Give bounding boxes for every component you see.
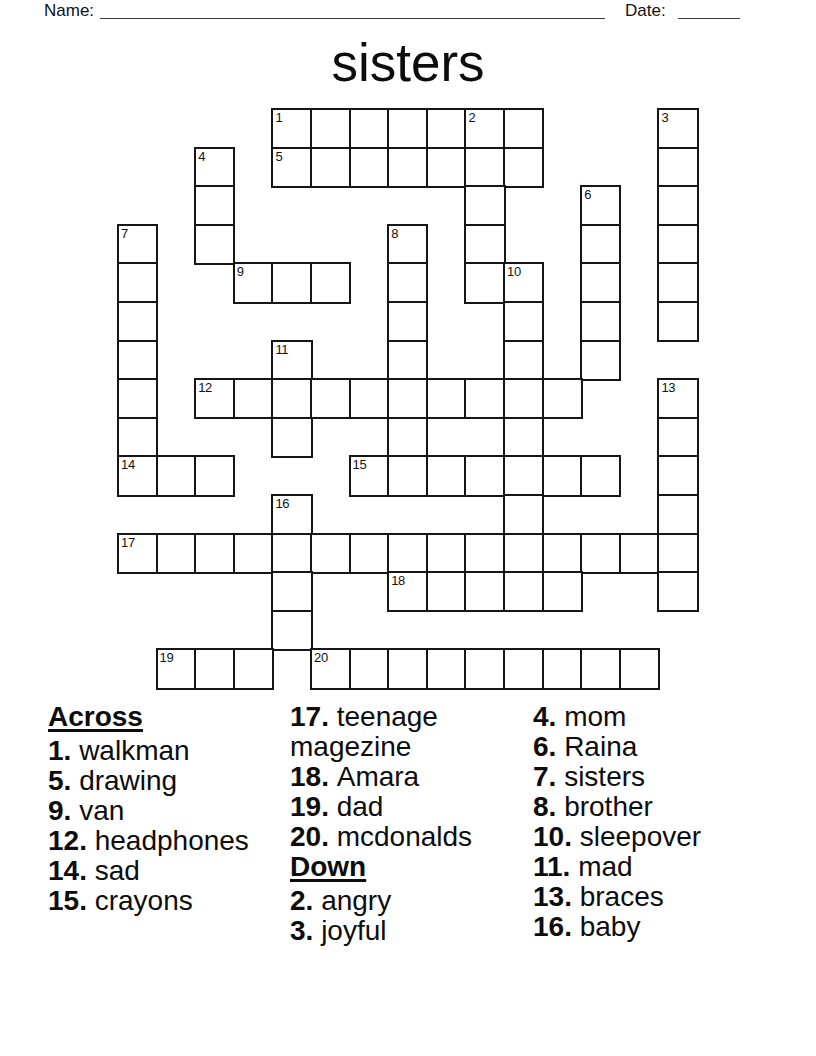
clue-item: 13. braces: [533, 882, 778, 912]
crossword-cell[interactable]: [657, 455, 698, 496]
clue-item-number: 11.: [533, 851, 578, 882]
crossword-cell[interactable]: [156, 533, 197, 574]
crossword-cell[interactable]: [464, 378, 505, 419]
crossword-cell[interactable]: [503, 648, 544, 689]
crossword-cell[interactable]: [580, 301, 621, 342]
crossword-cell[interactable]: [117, 301, 158, 342]
crossword-cell[interactable]: [349, 108, 390, 149]
clue-number: 3: [661, 110, 668, 125]
clue-item-number: 20.: [290, 821, 337, 852]
clue-number: 13: [661, 380, 675, 395]
clue-number: 12: [198, 380, 212, 395]
clue-number: 1: [275, 110, 282, 125]
clue-item: 8. brother: [533, 792, 778, 822]
clue-number: 10: [507, 264, 521, 279]
clue-item: 10. sleepover: [533, 822, 778, 852]
puzzle-title: sisters: [0, 33, 816, 93]
crossword-cell[interactable]: 8: [387, 224, 428, 265]
clue-item: 5. drawing: [48, 766, 285, 796]
crossword-cell[interactable]: [580, 340, 621, 381]
crossword-cell[interactable]: [657, 224, 698, 265]
crossword-cell[interactable]: [271, 378, 312, 419]
crossword-cell[interactable]: 6: [580, 185, 621, 226]
clue-number: 15: [353, 457, 367, 472]
clue-item: 4. mom: [533, 702, 778, 732]
crossword-cell[interactable]: [464, 571, 505, 612]
crossword-cell[interactable]: [657, 147, 698, 188]
clue-item: 17. teenage magezine: [290, 702, 520, 762]
clue-section-heading: Across: [48, 702, 285, 732]
crossword-cell[interactable]: [349, 378, 390, 419]
clue-column: 17. teenage magezine18. Amara19. dad20. …: [290, 702, 520, 946]
crossword-cell[interactable]: [271, 571, 312, 612]
crossword-cell[interactable]: [387, 533, 428, 574]
crossword-cell[interactable]: [194, 648, 235, 689]
clue-number: 20: [314, 650, 328, 665]
crossword-cell[interactable]: [657, 262, 698, 303]
crossword-cell[interactable]: [503, 147, 544, 188]
crossword-cell[interactable]: [503, 494, 544, 535]
clue-item: 7. sisters: [533, 762, 778, 792]
crossword-cell[interactable]: [194, 224, 235, 265]
clue-number: 2: [468, 110, 475, 125]
crossword-cell[interactable]: [657, 533, 698, 574]
clue-number: 17: [121, 535, 135, 550]
crossword-cell[interactable]: [464, 533, 505, 574]
crossword-cell[interactable]: [387, 108, 428, 149]
clue-item-number: 15.: [48, 885, 95, 916]
crossword-cell[interactable]: [503, 417, 544, 458]
clue-item-number: 8.: [533, 791, 564, 822]
crossword-cell[interactable]: [619, 533, 660, 574]
crossword-cell[interactable]: [194, 185, 235, 226]
crossword-cell[interactable]: 11: [271, 340, 312, 381]
crossword-cell[interactable]: [580, 648, 621, 689]
crossword-cell[interactable]: [503, 533, 544, 574]
crossword-cell[interactable]: 9: [233, 262, 274, 303]
crossword-cell[interactable]: 17: [117, 533, 158, 574]
clue-item-number: 4.: [533, 701, 564, 732]
crossword-cell[interactable]: [117, 340, 158, 381]
clue-item-number: 13.: [533, 881, 580, 912]
crossword-cell[interactable]: [271, 417, 312, 458]
clue-item: 9. van: [48, 796, 285, 826]
crossword-cell[interactable]: [464, 147, 505, 188]
clue-item: 6. Raina: [533, 732, 778, 762]
crossword-cell[interactable]: [194, 533, 235, 574]
crossword-cell[interactable]: [194, 455, 235, 496]
worksheet-page: Name: Date: sisters 12345678910111213141…: [0, 0, 816, 1056]
crossword-cell[interactable]: [464, 262, 505, 303]
clue-column: 4. mom6. Raina7. sisters8. brother10. sl…: [533, 702, 778, 942]
crossword-cell[interactable]: [657, 301, 698, 342]
crossword-cell[interactable]: [387, 147, 428, 188]
clue-number: 14: [121, 457, 135, 472]
crossword-cell[interactable]: 15: [349, 455, 390, 496]
crossword-cell[interactable]: [580, 533, 621, 574]
crossword-cell[interactable]: [233, 648, 274, 689]
clue-item-number: 6.: [533, 731, 564, 762]
crossword-cell[interactable]: [271, 610, 312, 651]
crossword-cell[interactable]: [310, 533, 351, 574]
crossword-cell[interactable]: 16: [271, 494, 312, 535]
clue-item-number: 19.: [290, 791, 337, 822]
crossword-cell[interactable]: [464, 224, 505, 265]
crossword-cell[interactable]: [349, 533, 390, 574]
crossword-cell[interactable]: [580, 455, 621, 496]
clue-number: 4: [198, 149, 205, 164]
crossword-cell[interactable]: [657, 417, 698, 458]
crossword-cell[interactable]: [387, 301, 428, 342]
clue-item: 3. joyful: [290, 916, 520, 946]
crossword-cell[interactable]: [387, 417, 428, 458]
crossword-cell[interactable]: [503, 340, 544, 381]
clue-number: 11: [275, 342, 288, 357]
clue-item-number: 16.: [533, 911, 580, 942]
clue-number: 16: [275, 496, 289, 511]
crossword-cell[interactable]: 19: [156, 648, 197, 689]
crossword-cell[interactable]: [464, 648, 505, 689]
crossword-cell[interactable]: [387, 378, 428, 419]
crossword-cell[interactable]: [503, 378, 544, 419]
crossword-cell[interactable]: [542, 571, 583, 612]
clue-item-number: 10.: [533, 821, 580, 852]
clue-number: 5: [275, 149, 282, 164]
crossword-cell[interactable]: [387, 455, 428, 496]
crossword-cell[interactable]: [503, 108, 544, 149]
clue-number: 9: [237, 264, 244, 279]
crossword-cell[interactable]: [619, 648, 660, 689]
date-input-line[interactable]: [678, 18, 740, 19]
crossword-cell[interactable]: 3: [657, 108, 698, 149]
clue-item-number: 2.: [290, 885, 321, 916]
clue-item: 15. crayons: [48, 886, 285, 916]
crossword-grid: 1234567891011121314151617181920: [117, 108, 699, 690]
crossword-cell[interactable]: [542, 455, 583, 496]
crossword-cell[interactable]: [310, 262, 351, 303]
crossword-cell[interactable]: [426, 378, 467, 419]
crossword-cell[interactable]: 14: [117, 455, 158, 496]
crossword-cell[interactable]: [349, 147, 390, 188]
date-label: Date:: [625, 1, 666, 21]
crossword-cell[interactable]: [503, 301, 544, 342]
crossword-cell[interactable]: [271, 262, 312, 303]
crossword-cell[interactable]: [233, 378, 274, 419]
crossword-cell[interactable]: 18: [387, 571, 428, 612]
clue-item: 16. baby: [533, 912, 778, 942]
clue-item: 20. mcdonalds: [290, 822, 520, 852]
clue-item-number: 18.: [290, 761, 337, 792]
crossword-cell[interactable]: [464, 455, 505, 496]
clue-item: 18. Amara: [290, 762, 520, 792]
crossword-cell[interactable]: [426, 455, 467, 496]
crossword-cell[interactable]: 12: [194, 378, 235, 419]
crossword-cell[interactable]: 4: [194, 147, 235, 188]
clue-item-number: 9.: [48, 795, 79, 826]
clue-item-number: 1.: [48, 735, 79, 766]
clue-number: 6: [584, 187, 591, 202]
crossword-cell[interactable]: [657, 494, 698, 535]
crossword-cell[interactable]: 13: [657, 378, 698, 419]
crossword-cell[interactable]: [464, 185, 505, 226]
clue-item: 11. mad: [533, 852, 778, 882]
clue-column: Across1. walkman5. drawing9. van12. head…: [48, 702, 285, 916]
name-input-line[interactable]: [100, 18, 605, 19]
clue-item-number: 5.: [48, 765, 79, 796]
crossword-cell[interactable]: 1: [271, 108, 312, 149]
crossword-cell[interactable]: [503, 455, 544, 496]
crossword-cell[interactable]: [117, 378, 158, 419]
clue-section-heading: Down: [290, 852, 520, 882]
crossword-cell[interactable]: [426, 147, 467, 188]
crossword-cell[interactable]: [426, 648, 467, 689]
clue-item: 1. walkman: [48, 736, 285, 766]
crossword-cell[interactable]: 2: [464, 108, 505, 149]
clue-item-number: 14.: [48, 855, 95, 886]
clue-item-number: 17.: [290, 701, 337, 732]
crossword-cell[interactable]: [349, 648, 390, 689]
crossword-cell[interactable]: 10: [503, 262, 544, 303]
crossword-cell[interactable]: [580, 262, 621, 303]
crossword-cell[interactable]: [426, 533, 467, 574]
clue-item: 2. angry: [290, 886, 520, 916]
clue-item: 12. headphones: [48, 826, 285, 856]
crossword-cell[interactable]: [117, 417, 158, 458]
clue-number: 19: [160, 650, 174, 665]
crossword-cell[interactable]: [310, 378, 351, 419]
clue-item: 19. dad: [290, 792, 520, 822]
crossword-cell[interactable]: [387, 262, 428, 303]
crossword-cell[interactable]: 5: [271, 147, 312, 188]
crossword-cell[interactable]: [310, 108, 351, 149]
clue-number: 18: [391, 573, 405, 588]
crossword-cell[interactable]: [310, 147, 351, 188]
crossword-cell[interactable]: [233, 533, 274, 574]
crossword-cell[interactable]: 7: [117, 224, 158, 265]
clue-item-number: 7.: [533, 761, 564, 792]
crossword-cell[interactable]: [542, 378, 583, 419]
crossword-cell[interactable]: [117, 262, 158, 303]
crossword-cell[interactable]: [387, 648, 428, 689]
crossword-cell[interactable]: [271, 533, 312, 574]
name-label: Name:: [44, 1, 94, 21]
clue-number: 8: [391, 226, 398, 241]
crossword-cell[interactable]: [580, 224, 621, 265]
crossword-cell[interactable]: [503, 571, 544, 612]
crossword-cell[interactable]: [156, 455, 197, 496]
crossword-cell[interactable]: [426, 108, 467, 149]
crossword-cell[interactable]: [542, 533, 583, 574]
crossword-cell[interactable]: 20: [310, 648, 351, 689]
crossword-cell[interactable]: [426, 571, 467, 612]
crossword-cell[interactable]: [657, 185, 698, 226]
crossword-cell[interactable]: [542, 648, 583, 689]
clue-item-number: 3.: [290, 915, 321, 946]
crossword-cell[interactable]: [387, 340, 428, 381]
clue-item: 14. sad: [48, 856, 285, 886]
clue-number: 7: [121, 226, 128, 241]
clue-item-number: 12.: [48, 825, 95, 856]
crossword-cell[interactable]: [657, 571, 698, 612]
